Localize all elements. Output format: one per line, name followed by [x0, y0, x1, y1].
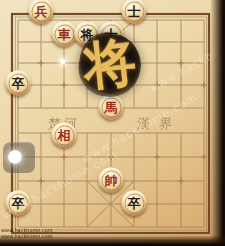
floating-widget-button[interactable] — [3, 142, 35, 173]
watermark-small: www.hackhome.com www.hackhome.com — [1, 228, 47, 239]
piece-glyph: 士 — [128, 5, 141, 18]
piece-red-elephant[interactable]: 相 — [52, 123, 77, 148]
piece-black-soldier[interactable]: 卒 — [6, 71, 31, 96]
sparkle-effect — [60, 59, 65, 64]
widget-dot-icon — [8, 150, 22, 164]
piece-glyph: 馬 — [105, 101, 118, 114]
piece-glyph: 卒 — [128, 197, 141, 210]
piece-red-horse[interactable]: 馬 — [99, 95, 124, 120]
piece-glyph: 卒 — [12, 77, 25, 90]
piece-red-chariot[interactable]: 車 — [52, 22, 77, 47]
piece-glyph: 車 — [58, 28, 71, 41]
screen-edge-right — [210, 0, 225, 246]
piece-glyph: 帥 — [105, 174, 118, 187]
xiangqi-board-screen[interactable]: 楚河 漢界 兵士車将士卒馬相帥卒卒 将 www.hackhome.com www… — [0, 0, 225, 246]
piece-glyph: 相 — [58, 129, 71, 142]
piece-black-soldier[interactable]: 卒 — [122, 191, 147, 216]
piece-red-general[interactable]: 帥 — [99, 168, 124, 193]
piece-glyph: 兵 — [35, 5, 48, 18]
check-banner-text: 将 — [78, 31, 142, 97]
